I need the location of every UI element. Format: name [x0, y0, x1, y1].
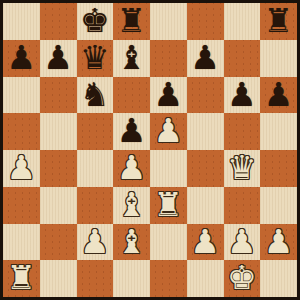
- square-g3[interactable]: [224, 187, 261, 224]
- square-c7[interactable]: ♛: [77, 40, 114, 77]
- square-h4[interactable]: [260, 150, 297, 187]
- square-f6[interactable]: [187, 77, 224, 114]
- square-f2[interactable]: ♟: [187, 224, 224, 261]
- square-b1[interactable]: [40, 260, 77, 297]
- chess-board: ♚♜♜♟♟♛♝♟♞♟♟♟♟♟♟♟♛♝♜♟♝♟♟♟♜♚: [3, 3, 297, 297]
- square-b2[interactable]: [40, 224, 77, 261]
- square-h6[interactable]: ♟: [260, 77, 297, 114]
- square-b5[interactable]: [40, 113, 77, 150]
- black-pawn-piece[interactable]: ♟: [113, 113, 150, 150]
- square-e6[interactable]: ♟: [150, 77, 187, 114]
- square-a8[interactable]: [3, 3, 40, 40]
- white-pawn-piece[interactable]: ♟: [260, 224, 297, 261]
- white-pawn-piece[interactable]: ♟: [224, 224, 261, 261]
- black-queen-piece[interactable]: ♛: [77, 40, 114, 77]
- square-d1[interactable]: [113, 260, 150, 297]
- square-g2[interactable]: ♟: [224, 224, 261, 261]
- white-pawn-piece[interactable]: ♟: [187, 224, 224, 261]
- square-c6[interactable]: ♞: [77, 77, 114, 114]
- square-a6[interactable]: [3, 77, 40, 114]
- black-rook-piece[interactable]: ♜: [113, 3, 150, 40]
- square-f3[interactable]: [187, 187, 224, 224]
- square-h1[interactable]: [260, 260, 297, 297]
- white-pawn-piece[interactable]: ♟: [150, 113, 187, 150]
- square-a3[interactable]: [3, 187, 40, 224]
- square-c5[interactable]: [77, 113, 114, 150]
- white-pawn-piece[interactable]: ♟: [3, 150, 40, 187]
- square-e1[interactable]: [150, 260, 187, 297]
- square-b8[interactable]: [40, 3, 77, 40]
- black-king-piece[interactable]: ♚: [77, 3, 114, 40]
- black-pawn-piece[interactable]: ♟: [224, 77, 261, 114]
- square-g4[interactable]: ♛: [224, 150, 261, 187]
- square-g6[interactable]: ♟: [224, 77, 261, 114]
- square-h8[interactable]: ♜: [260, 3, 297, 40]
- square-e3[interactable]: ♜: [150, 187, 187, 224]
- square-e8[interactable]: [150, 3, 187, 40]
- square-c4[interactable]: [77, 150, 114, 187]
- white-queen-piece[interactable]: ♛: [224, 150, 261, 187]
- square-a5[interactable]: [3, 113, 40, 150]
- square-d5[interactable]: ♟: [113, 113, 150, 150]
- square-a2[interactable]: [3, 224, 40, 261]
- square-c2[interactable]: ♟: [77, 224, 114, 261]
- square-f5[interactable]: [187, 113, 224, 150]
- square-b6[interactable]: [40, 77, 77, 114]
- square-b7[interactable]: ♟: [40, 40, 77, 77]
- square-a7[interactable]: ♟: [3, 40, 40, 77]
- square-d8[interactable]: ♜: [113, 3, 150, 40]
- white-bishop-piece[interactable]: ♝: [113, 187, 150, 224]
- black-pawn-piece[interactable]: ♟: [187, 40, 224, 77]
- square-b3[interactable]: [40, 187, 77, 224]
- square-h3[interactable]: [260, 187, 297, 224]
- black-pawn-piece[interactable]: ♟: [3, 40, 40, 77]
- square-e7[interactable]: [150, 40, 187, 77]
- square-e5[interactable]: ♟: [150, 113, 187, 150]
- square-h7[interactable]: [260, 40, 297, 77]
- chess-board-frame: ♚♜♜♟♟♛♝♟♞♟♟♟♟♟♟♟♛♝♜♟♝♟♟♟♜♚: [0, 0, 300, 300]
- square-g7[interactable]: [224, 40, 261, 77]
- white-rook-piece[interactable]: ♜: [3, 260, 40, 297]
- square-d2[interactable]: ♝: [113, 224, 150, 261]
- white-pawn-piece[interactable]: ♟: [77, 224, 114, 261]
- square-b4[interactable]: [40, 150, 77, 187]
- square-f4[interactable]: [187, 150, 224, 187]
- square-g8[interactable]: [224, 3, 261, 40]
- black-bishop-piece[interactable]: ♝: [113, 40, 150, 77]
- black-pawn-piece[interactable]: ♟: [260, 77, 297, 114]
- square-h2[interactable]: ♟: [260, 224, 297, 261]
- white-rook-piece[interactable]: ♜: [150, 187, 187, 224]
- white-bishop-piece[interactable]: ♝: [113, 224, 150, 261]
- white-pawn-piece[interactable]: ♟: [113, 150, 150, 187]
- square-c8[interactable]: ♚: [77, 3, 114, 40]
- square-h5[interactable]: [260, 113, 297, 150]
- square-d6[interactable]: [113, 77, 150, 114]
- square-c1[interactable]: [77, 260, 114, 297]
- square-f8[interactable]: [187, 3, 224, 40]
- square-g1[interactable]: ♚: [224, 260, 261, 297]
- square-c3[interactable]: [77, 187, 114, 224]
- square-f7[interactable]: ♟: [187, 40, 224, 77]
- white-king-piece[interactable]: ♚: [224, 260, 261, 297]
- black-rook-piece[interactable]: ♜: [260, 3, 297, 40]
- black-pawn-piece[interactable]: ♟: [150, 77, 187, 114]
- square-d4[interactable]: ♟: [113, 150, 150, 187]
- square-d3[interactable]: ♝: [113, 187, 150, 224]
- square-a1[interactable]: ♜: [3, 260, 40, 297]
- square-f1[interactable]: [187, 260, 224, 297]
- square-g5[interactable]: [224, 113, 261, 150]
- square-e4[interactable]: [150, 150, 187, 187]
- square-e2[interactable]: [150, 224, 187, 261]
- black-knight-piece[interactable]: ♞: [77, 77, 114, 114]
- black-pawn-piece[interactable]: ♟: [40, 40, 77, 77]
- square-a4[interactable]: ♟: [3, 150, 40, 187]
- square-d7[interactable]: ♝: [113, 40, 150, 77]
